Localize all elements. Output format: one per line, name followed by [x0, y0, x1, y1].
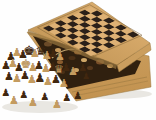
wooden-chess-piece-light: ♟ [59, 78, 69, 89]
wooden-chess-piece-dark: ♟ [63, 93, 72, 103]
wooden-chess-piece-light: ♟ [28, 97, 38, 108]
tray-piece-blob [87, 66, 93, 70]
wooden-chess-piece-light: ♟ [52, 99, 62, 110]
product-photo-chess-set: ♟♟♟♚♟♛♟♟♟♟♟♟♚♟♟♟♟♛♟♟♟♟♟♟♟♟♟♟♟♟♟♟♟♟♟♟♟♟ [0, 0, 156, 120]
tray-piece-blob [69, 56, 76, 60]
wooden-chess-piece-light: ♟ [9, 95, 19, 106]
wooden-chess-piece-light: ♟ [68, 66, 78, 77]
wooden-chess-piece-dark: ♟ [82, 72, 90, 81]
wooden-chess-piece-dark: ♟ [41, 92, 50, 102]
wooden-chess-piece-dark: ♟ [74, 91, 83, 101]
